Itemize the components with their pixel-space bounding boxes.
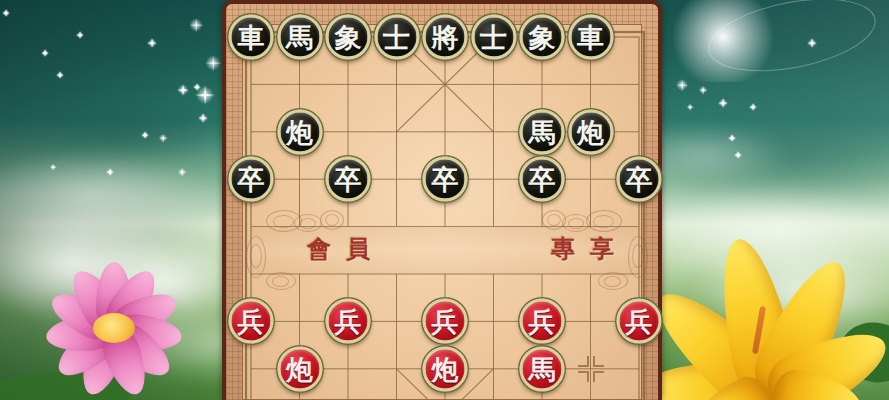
sparkle-star [178,168,187,177]
piece-black-horse[interactable]: 馬 [520,109,565,154]
sparkle-star [50,164,57,171]
piece-glyph: 兵 [238,308,265,335]
piece-red-cannon[interactable]: 炮 [277,346,322,391]
piece-black-elephant[interactable]: 象 [326,15,371,60]
piece-glyph: 士 [480,24,507,51]
sparkle-star [56,71,64,79]
piece-glyph: 炮 [432,355,459,382]
piece-red-cannon[interactable]: 炮 [423,346,468,391]
sparkle-star [676,79,689,92]
piece-glyph: 象 [335,24,362,51]
sparkle-star [734,151,742,159]
piece-black-soldier[interactable]: 卒 [229,157,274,202]
sparkle-star [147,38,157,48]
piece-glyph: 炮 [286,355,313,382]
piece-black-cannon[interactable]: 炮 [568,109,613,154]
piece-glyph: 卒 [335,166,362,193]
piece-glyph: 象 [529,24,556,51]
sparkle-star [195,85,215,105]
piece-glyph: 卒 [626,166,653,193]
sun-glow [663,0,783,82]
piece-glyph: 馬 [529,118,556,145]
piece-black-soldier[interactable]: 卒 [520,157,565,202]
piece-black-chariot[interactable]: 車 [229,15,274,60]
sparkle-star [159,134,168,143]
piece-glyph: 兵 [335,308,362,335]
piece-red-soldier[interactable]: 兵 [326,299,371,344]
sparkle-star [41,49,49,57]
piece-red-soldier[interactable]: 兵 [617,299,662,344]
piece-glyph: 兵 [432,308,459,335]
piece-glyph: 車 [577,24,604,51]
piece-red-soldier[interactable]: 兵 [229,299,274,344]
piece-glyph: 將 [432,24,459,51]
sparkle-star [2,9,10,17]
sparkle-star [141,131,149,139]
sparkle-star [699,86,708,95]
piece-black-chariot[interactable]: 車 [568,15,613,60]
sparkle-star [728,134,736,142]
piece-glyph: 兵 [529,308,556,335]
piece-glyph: 卒 [432,166,459,193]
piece-glyph: 兵 [626,308,653,335]
sparkle-star [177,84,189,96]
piece-red-horse[interactable]: 馬 [520,346,565,391]
piece-black-soldier[interactable]: 卒 [423,157,468,202]
piece-black-advisor[interactable]: 士 [374,15,419,60]
xiangqi-app-screen: 會員 專享 車馬象士將士象車炮馬炮卒卒卒卒卒兵兵兵兵兵炮炮馬 [0,0,889,400]
sparkle-star [807,38,817,48]
piece-glyph: 卒 [238,166,265,193]
sparkle-star [687,104,694,111]
cloud-blob [0,95,250,165]
sparkle-star [205,55,222,72]
lotus-center [93,313,135,343]
xiangqi-board: 會員 專享 車馬象士將士象車炮馬炮卒卒卒卒卒兵兵兵兵兵炮炮馬 [222,0,662,400]
sparkle-star [749,103,757,111]
piece-black-elephant[interactable]: 象 [520,15,565,60]
piece-black-general[interactable]: 將 [423,15,468,60]
sparkle-star [76,31,84,39]
piece-red-soldier[interactable]: 兵 [423,299,468,344]
piece-glyph: 車 [238,24,265,51]
sparkle-star [718,98,728,108]
piece-glyph: 炮 [286,118,313,145]
sparkle-star [106,168,114,176]
sparkle-star [189,18,204,33]
piece-glyph: 馬 [529,355,556,382]
piece-glyph: 炮 [577,118,604,145]
piece-red-soldier[interactable]: 兵 [520,299,565,344]
piece-black-soldier[interactable]: 卒 [617,157,662,202]
piece-black-advisor[interactable]: 士 [471,15,516,60]
piece-black-soldier[interactable]: 卒 [326,157,371,202]
piece-glyph: 卒 [529,166,556,193]
piece-glyph: 士 [383,24,410,51]
pieces-layer: 車馬象士將士象車炮馬炮卒卒卒卒卒兵兵兵兵兵炮炮馬 [226,4,658,400]
piece-black-cannon[interactable]: 炮 [277,109,322,154]
piece-glyph: 馬 [286,24,313,51]
sparkle-star [198,113,208,123]
piece-black-horse[interactable]: 馬 [277,15,322,60]
